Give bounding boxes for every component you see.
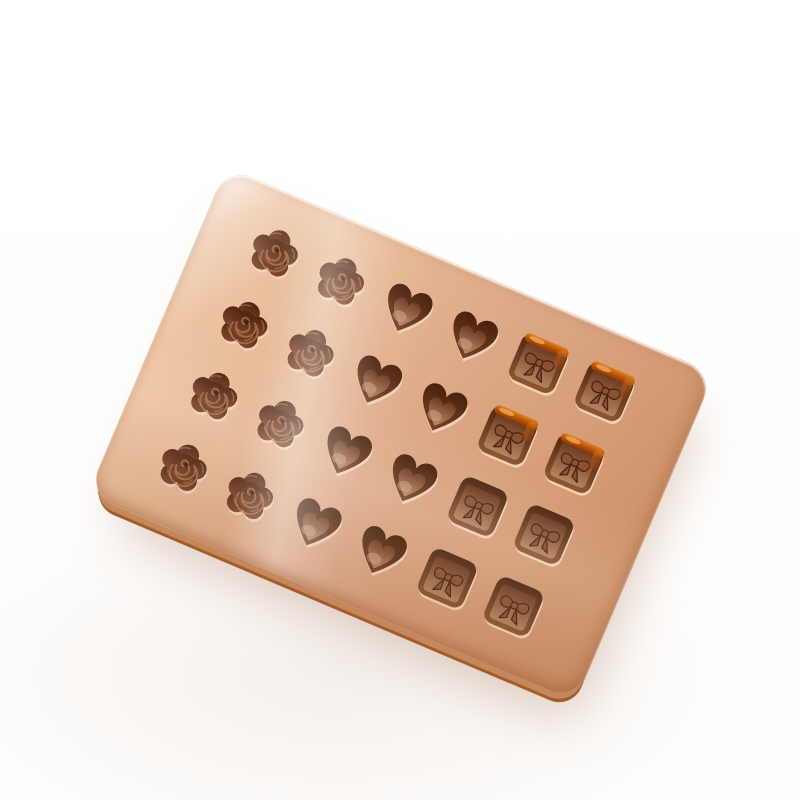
chocolate-mold-tray — [88, 167, 715, 702]
photo-background — [0, 0, 800, 800]
mold-cavity-grid — [136, 203, 653, 656]
